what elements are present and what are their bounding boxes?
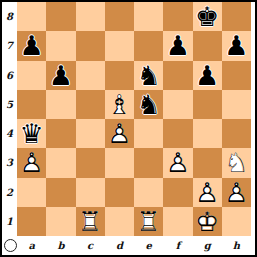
white-knight-outline-glyph: ♘	[222, 148, 251, 177]
black-pawn[interactable]: ♟	[222, 31, 251, 60]
white-pawn[interactable]: ♟♙	[17, 148, 46, 177]
square-b6[interactable]: ♟	[46, 61, 75, 90]
black-pawn-glyph: ♟	[222, 31, 251, 60]
square-e5[interactable]: ♞	[134, 90, 163, 119]
square-d3[interactable]	[105, 148, 134, 177]
square-h3[interactable]: ♞♘	[222, 148, 251, 177]
square-b2[interactable]	[46, 178, 75, 207]
white-pawn[interactable]: ♟♙	[193, 178, 222, 207]
square-c7[interactable]	[76, 31, 105, 60]
white-pawn-outline-glyph: ♙	[193, 178, 222, 207]
white-king[interactable]: ♚♔	[193, 207, 222, 236]
white-knight[interactable]: ♞♘	[222, 148, 251, 177]
side-to-move-indicator	[4, 239, 17, 252]
square-g5[interactable]	[193, 90, 222, 119]
square-c2[interactable]	[76, 178, 105, 207]
file-label-f: f	[163, 236, 192, 255]
white-rook-outline-glyph: ♖	[134, 207, 163, 236]
rank-label-8: 8	[2, 2, 17, 31]
file-label-c: c	[76, 236, 105, 255]
file-label-e: e	[134, 236, 163, 255]
square-e7[interactable]	[134, 31, 163, 60]
black-king[interactable]: ♚	[193, 2, 222, 31]
square-a4[interactable]: ♛	[17, 119, 46, 148]
square-b5[interactable]	[46, 90, 75, 119]
white-pawn[interactable]: ♟♙	[163, 148, 192, 177]
square-h2[interactable]: ♟♙	[222, 178, 251, 207]
black-pawn-glyph: ♟	[17, 31, 46, 60]
black-knight[interactable]: ♞	[134, 61, 163, 90]
board-area: 87654321 ♚♟♟♟♟♞♟♝♗♞♛♟♙♟♙♟♙♞♘♟♙♟♙♜♖♜♖♚♔ a…	[2, 2, 255, 255]
square-e1[interactable]: ♜♖	[134, 207, 163, 236]
rank-label-1: 1	[2, 207, 17, 236]
rank-label-5: 5	[2, 90, 17, 119]
file-labels: abcdefgh	[17, 236, 251, 255]
square-g7[interactable]	[193, 31, 222, 60]
square-b3[interactable]	[46, 148, 75, 177]
white-pawn-outline-glyph: ♙	[163, 148, 192, 177]
square-b7[interactable]	[46, 31, 75, 60]
black-pawn-glyph: ♟	[163, 31, 192, 60]
square-a8[interactable]	[17, 2, 46, 31]
square-h4[interactable]	[222, 119, 251, 148]
square-a1[interactable]	[17, 207, 46, 236]
square-d2[interactable]	[105, 178, 134, 207]
bottom-bar: abcdefgh	[2, 236, 255, 255]
file-label-b: b	[46, 236, 75, 255]
square-d7[interactable]	[105, 31, 134, 60]
square-c3[interactable]	[76, 148, 105, 177]
square-f6[interactable]	[163, 61, 192, 90]
square-f5[interactable]	[163, 90, 192, 119]
square-a2[interactable]	[17, 178, 46, 207]
black-pawn[interactable]: ♟	[163, 31, 192, 60]
black-pawn-glyph: ♟	[46, 61, 75, 90]
rank-label-7: 7	[2, 31, 17, 60]
square-h6[interactable]	[222, 61, 251, 90]
chess-board: ♚♟♟♟♟♞♟♝♗♞♛♟♙♟♙♟♙♞♘♟♙♟♙♜♖♜♖♚♔	[17, 2, 251, 236]
square-b1[interactable]	[46, 207, 75, 236]
square-g1[interactable]: ♚♔	[193, 207, 222, 236]
white-pawn-outline-glyph: ♙	[105, 119, 134, 148]
black-queen[interactable]: ♛	[17, 119, 46, 148]
square-f3[interactable]: ♟♙	[163, 148, 192, 177]
square-h5[interactable]	[222, 90, 251, 119]
square-c8[interactable]	[76, 2, 105, 31]
black-knight-glyph: ♞	[134, 90, 163, 119]
square-f2[interactable]	[163, 178, 192, 207]
white-bishop-outline-glyph: ♗	[105, 90, 134, 119]
black-knight-glyph: ♞	[134, 61, 163, 90]
square-e8[interactable]	[134, 2, 163, 31]
file-label-h: h	[222, 236, 251, 255]
white-rook[interactable]: ♜♖	[134, 207, 163, 236]
square-b4[interactable]	[46, 119, 75, 148]
square-a5[interactable]	[17, 90, 46, 119]
square-a7[interactable]: ♟	[17, 31, 46, 60]
square-c4[interactable]	[76, 119, 105, 148]
white-pawn[interactable]: ♟♙	[105, 119, 134, 148]
black-pawn[interactable]: ♟	[193, 61, 222, 90]
square-a6[interactable]	[17, 61, 46, 90]
square-h8[interactable]	[222, 2, 251, 31]
white-rook-outline-glyph: ♖	[76, 207, 105, 236]
black-queen-glyph: ♛	[17, 119, 46, 148]
white-pawn-outline-glyph: ♙	[17, 148, 46, 177]
rank-labels: 87654321	[2, 2, 17, 236]
square-h7[interactable]: ♟	[222, 31, 251, 60]
square-g3[interactable]	[193, 148, 222, 177]
square-e6[interactable]: ♞	[134, 61, 163, 90]
square-e2[interactable]	[134, 178, 163, 207]
white-pawn-outline-glyph: ♙	[222, 178, 251, 207]
square-f4[interactable]	[163, 119, 192, 148]
square-h1[interactable]	[222, 207, 251, 236]
square-f7[interactable]: ♟	[163, 31, 192, 60]
white-rook[interactable]: ♜♖	[76, 207, 105, 236]
square-e3[interactable]	[134, 148, 163, 177]
square-c1[interactable]: ♜♖	[76, 207, 105, 236]
white-bishop[interactable]: ♝♗	[105, 90, 134, 119]
square-g8[interactable]: ♚	[193, 2, 222, 31]
square-f1[interactable]	[163, 207, 192, 236]
black-king-glyph: ♚	[193, 2, 222, 31]
square-d8[interactable]	[105, 2, 134, 31]
black-pawn-glyph: ♟	[193, 61, 222, 90]
square-d4[interactable]: ♟♙	[105, 119, 134, 148]
rank-label-2: 2	[2, 178, 17, 207]
black-pawn[interactable]: ♟	[17, 31, 46, 60]
rank-label-4: 4	[2, 119, 17, 148]
square-a3[interactable]: ♟♙	[17, 148, 46, 177]
rank-label-3: 3	[2, 148, 17, 177]
square-c6[interactable]	[76, 61, 105, 90]
square-d5[interactable]: ♝♗	[105, 90, 134, 119]
square-g4[interactable]	[193, 119, 222, 148]
square-f8[interactable]	[163, 2, 192, 31]
square-d6[interactable]	[105, 61, 134, 90]
square-b8[interactable]	[46, 2, 75, 31]
square-e4[interactable]	[134, 119, 163, 148]
file-label-a: a	[17, 236, 46, 255]
file-label-d: d	[105, 236, 134, 255]
white-king-outline-glyph: ♔	[193, 207, 222, 236]
black-knight[interactable]: ♞	[134, 90, 163, 119]
square-c5[interactable]	[76, 90, 105, 119]
black-pawn[interactable]: ♟	[46, 61, 75, 90]
diagram-frame: 87654321 ♚♟♟♟♟♞♟♝♗♞♛♟♙♟♙♟♙♞♘♟♙♟♙♜♖♜♖♚♔ a…	[0, 0, 257, 257]
file-label-g: g	[193, 236, 222, 255]
square-g2[interactable]: ♟♙	[193, 178, 222, 207]
rank-label-6: 6	[2, 61, 17, 90]
square-d1[interactable]	[105, 207, 134, 236]
white-pawn[interactable]: ♟♙	[222, 178, 251, 207]
square-g6[interactable]: ♟	[193, 61, 222, 90]
